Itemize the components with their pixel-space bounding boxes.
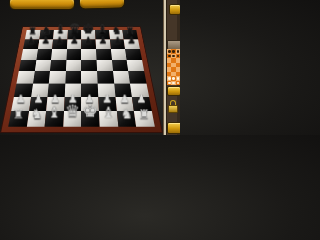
square-h6[interactable] [125, 49, 142, 60]
lock-icon[interactable] [168, 100, 178, 113]
mini-board-preview [167, 49, 180, 85]
square-h5[interactable] [127, 60, 144, 71]
square-d5[interactable] [66, 60, 82, 71]
square-e4[interactable] [81, 71, 97, 83]
white-pawn-h2[interactable]: ♟ [133, 94, 150, 105]
black-pawn-e7[interactable]: ♟ [81, 36, 95, 45]
square-g6[interactable] [111, 49, 127, 60]
sidebar-top-button[interactable] [169, 4, 180, 15]
square-c6[interactable] [51, 49, 67, 60]
lock-body [168, 105, 178, 113]
square-h7[interactable]: ♟ [124, 39, 140, 49]
square-d4[interactable] [65, 71, 81, 83]
chessboard-3d: ♜♞♝♛♚♝♞♜♟♟♟♟♟♟♟♟♟♟♟♟♟♟♟♟♜♞♝♛♚♝♞♜ [0, 27, 163, 133]
square-c1[interactable]: ♝ [45, 111, 64, 127]
black-bishop-c8[interactable]: ♝ [54, 24, 68, 35]
board-frame: ♜♞♝♛♚♝♞♜♟♟♟♟♟♟♟♟♟♟♟♟♟♟♟♟♜♞♝♛♚♝♞♜ [0, 27, 163, 133]
square-e5[interactable] [81, 60, 97, 71]
square-b4[interactable] [33, 71, 50, 83]
square-e6[interactable] [81, 49, 96, 60]
black-pawn-h7[interactable]: ♟ [125, 36, 139, 45]
mini-piece-dot [168, 55, 171, 58]
mini-piece-dot [177, 50, 180, 53]
square-h1[interactable]: ♜ [134, 111, 155, 127]
white-bishop-f1[interactable]: ♝ [99, 105, 117, 119]
sidebar-bottom-button[interactable] [167, 122, 180, 134]
square-g7[interactable]: ♟ [110, 39, 126, 49]
black-pawn-b7[interactable]: ♟ [38, 36, 52, 45]
white-knight-g1[interactable]: ♞ [117, 106, 135, 120]
square-d7[interactable]: ♟ [67, 39, 82, 49]
square-d6[interactable] [66, 49, 81, 60]
black-knight-b8[interactable]: ♞ [40, 25, 54, 35]
mini-piece-dot [172, 55, 175, 58]
square-g5[interactable] [112, 60, 129, 71]
white-bishop-c1[interactable]: ♝ [45, 105, 63, 119]
square-f4[interactable] [97, 71, 114, 83]
black-knight-g8[interactable]: ♞ [109, 25, 123, 35]
mini-piece-dot [172, 50, 175, 53]
square-a4[interactable] [16, 71, 34, 83]
square-c7[interactable]: ♟ [52, 39, 67, 49]
square-b6[interactable] [36, 49, 52, 60]
square-a5[interactable] [19, 60, 36, 71]
sidebar-mid-button[interactable] [167, 86, 180, 96]
black-pawn-g7[interactable]: ♟ [110, 36, 124, 45]
top-menu-button-center[interactable] [79, 0, 125, 10]
mini-piece-dot [177, 82, 180, 85]
black-bishop-f8[interactable]: ♝ [95, 24, 109, 35]
white-knight-b1[interactable]: ♞ [27, 106, 45, 120]
white-queen-d1[interactable]: ♛ [63, 103, 81, 119]
white-rook-h1[interactable]: ♜ [135, 107, 153, 120]
mini-piece-dot [168, 82, 171, 85]
white-rook-a1[interactable]: ♜ [10, 107, 28, 120]
black-king-e8[interactable]: ♚ [81, 22, 95, 35]
white-pawn-a2[interactable]: ♟ [12, 94, 29, 105]
board-grid: ♜♞♝♛♚♝♞♜♟♟♟♟♟♟♟♟♟♟♟♟♟♟♟♟♜♞♝♛♚♝♞♜ [8, 30, 154, 127]
mini-piece-dot [177, 77, 180, 80]
square-e7[interactable]: ♟ [81, 39, 96, 49]
sidebar-panel [163, 0, 180, 135]
square-f5[interactable] [97, 60, 113, 71]
mini-piece-dot [172, 82, 175, 85]
square-f6[interactable] [96, 49, 112, 60]
square-b1[interactable]: ♞ [27, 111, 47, 127]
white-pawn-g2[interactable]: ♟ [116, 94, 133, 105]
top-menu-button-left[interactable] [9, 0, 75, 10]
square-a1[interactable]: ♜ [8, 111, 29, 127]
square-c5[interactable] [50, 60, 66, 71]
square-a6[interactable] [21, 49, 38, 60]
mini-piece-dot [168, 50, 171, 53]
mini-piece-dot [172, 77, 175, 80]
mini-square-c1 [176, 81, 180, 86]
square-c4[interactable] [49, 71, 66, 83]
square-a7[interactable]: ♟ [23, 39, 39, 49]
square-h4[interactable] [128, 71, 146, 83]
square-b7[interactable]: ♟ [38, 39, 54, 49]
black-queen-d8[interactable]: ♛ [67, 22, 81, 35]
square-f1[interactable]: ♝ [99, 111, 118, 127]
black-pawn-d7[interactable]: ♟ [67, 36, 81, 45]
square-g4[interactable] [113, 71, 130, 83]
black-pawn-c7[interactable]: ♟ [53, 36, 67, 45]
square-d1[interactable]: ♛ [63, 111, 81, 127]
black-pawn-f7[interactable]: ♟ [96, 36, 110, 45]
white-pawn-b2[interactable]: ♟ [30, 94, 47, 105]
square-b5[interactable] [34, 60, 51, 71]
square-g1[interactable]: ♞ [116, 111, 136, 127]
white-king-e1[interactable]: ♚ [81, 102, 99, 119]
square-f7[interactable]: ♟ [96, 39, 111, 49]
square-e1[interactable]: ♚ [81, 111, 99, 127]
mini-piece-dot [177, 55, 180, 58]
mini-piece-dot [168, 77, 171, 80]
black-pawn-a7[interactable]: ♟ [24, 36, 38, 45]
